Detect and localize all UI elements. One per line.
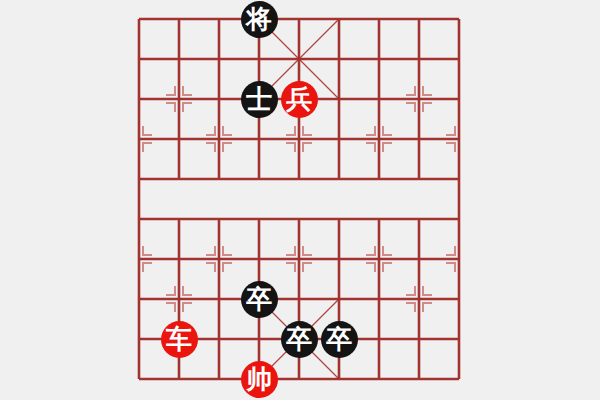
board-intersection[interactable]: [399, 119, 439, 159]
board-intersection[interactable]: 车: [159, 319, 199, 359]
board-intersection[interactable]: [279, 39, 319, 79]
board-intersection[interactable]: [359, 159, 399, 199]
board-intersection[interactable]: [119, 159, 159, 199]
board-intersection[interactable]: [319, 39, 359, 79]
board-intersection[interactable]: [279, 199, 319, 239]
board-intersection[interactable]: [119, 239, 159, 279]
board-intersection[interactable]: [199, 199, 239, 239]
board-intersection[interactable]: [319, 279, 359, 319]
board-intersection[interactable]: 士: [239, 79, 279, 119]
board-intersection[interactable]: [279, 0, 319, 39]
board-intersection[interactable]: [119, 79, 159, 119]
board-intersection[interactable]: [319, 0, 359, 39]
board-intersection[interactable]: [359, 119, 399, 159]
board-intersection[interactable]: [199, 239, 239, 279]
piece-black-soldier[interactable]: 卒: [241, 281, 278, 318]
board-intersection[interactable]: [399, 239, 439, 279]
board-intersection[interactable]: [399, 359, 439, 399]
board-intersection[interactable]: [359, 239, 399, 279]
board-intersection[interactable]: [159, 0, 199, 39]
board-intersection[interactable]: [119, 359, 159, 399]
board-intersection[interactable]: [279, 239, 319, 279]
piece-red-chariot[interactable]: 车: [161, 321, 198, 358]
board-intersection[interactable]: [119, 39, 159, 79]
board-intersection[interactable]: [399, 79, 439, 119]
board-intersection[interactable]: [439, 199, 479, 239]
board-intersection[interactable]: 兵: [279, 79, 319, 119]
board-intersection[interactable]: [439, 39, 479, 79]
board-intersection[interactable]: [319, 119, 359, 159]
board-intersection[interactable]: [159, 359, 199, 399]
board-intersection[interactable]: [159, 239, 199, 279]
board-intersection[interactable]: [199, 279, 239, 319]
board-intersection[interactable]: [439, 319, 479, 359]
board-intersection[interactable]: [239, 39, 279, 79]
board-intersection[interactable]: [239, 239, 279, 279]
board-intersection[interactable]: [199, 319, 239, 359]
board-intersection[interactable]: [279, 359, 319, 399]
board-intersection[interactable]: [359, 39, 399, 79]
board-grid: 将士兵卒车卒卒帅: [119, 0, 479, 399]
board-intersection[interactable]: [439, 0, 479, 39]
board-intersection[interactable]: [199, 0, 239, 39]
board-intersection[interactable]: [359, 199, 399, 239]
board-intersection[interactable]: [399, 279, 439, 319]
board-intersection[interactable]: [359, 79, 399, 119]
board-intersection[interactable]: [159, 159, 199, 199]
board-intersection[interactable]: [119, 0, 159, 39]
board-intersection[interactable]: [119, 119, 159, 159]
board-intersection[interactable]: [439, 119, 479, 159]
board-intersection[interactable]: [319, 199, 359, 239]
piece-black-advisor[interactable]: 士: [241, 81, 278, 118]
board-intersection[interactable]: [199, 39, 239, 79]
board-intersection[interactable]: [439, 239, 479, 279]
board-intersection[interactable]: [359, 359, 399, 399]
board-intersection[interactable]: [319, 79, 359, 119]
board-intersection[interactable]: [399, 199, 439, 239]
board-intersection[interactable]: [279, 279, 319, 319]
board-intersection[interactable]: [119, 199, 159, 239]
board-intersection[interactable]: [359, 279, 399, 319]
board-intersection[interactable]: [199, 159, 239, 199]
board-intersection[interactable]: [359, 0, 399, 39]
board-intersection[interactable]: [239, 159, 279, 199]
board-intersection[interactable]: [159, 199, 199, 239]
board-intersection[interactable]: 卒: [239, 279, 279, 319]
board-intersection[interactable]: [319, 159, 359, 199]
board-intersection[interactable]: [439, 359, 479, 399]
piece-red-soldier[interactable]: 兵: [281, 81, 318, 118]
board-intersection[interactable]: [159, 119, 199, 159]
board-intersection[interactable]: [439, 159, 479, 199]
board-intersection[interactable]: [279, 159, 319, 199]
board-intersection[interactable]: [199, 359, 239, 399]
board-intersection[interactable]: [439, 79, 479, 119]
piece-black-general[interactable]: 将: [241, 1, 278, 38]
board-intersection[interactable]: [319, 239, 359, 279]
piece-black-soldier[interactable]: 卒: [281, 321, 318, 358]
board-intersection[interactable]: [239, 199, 279, 239]
xiangqi-diagram: 将士兵卒车卒卒帅: [0, 0, 600, 400]
board-intersection[interactable]: [439, 279, 479, 319]
board-intersection[interactable]: 卒: [319, 319, 359, 359]
board-intersection[interactable]: [279, 119, 319, 159]
board-intersection[interactable]: [399, 319, 439, 359]
board-intersection[interactable]: [159, 79, 199, 119]
board-intersection[interactable]: [239, 319, 279, 359]
board-intersection[interactable]: 将: [239, 0, 279, 39]
screenshot-root: { "game": "xiangqi", "board": { "files":…: [0, 0, 600, 400]
board-intersection[interactable]: [159, 279, 199, 319]
piece-red-general[interactable]: 帅: [241, 361, 278, 398]
board-intersection[interactable]: 卒: [279, 319, 319, 359]
board-intersection[interactable]: [399, 159, 439, 199]
board-intersection[interactable]: [119, 319, 159, 359]
board-intersection[interactable]: [159, 39, 199, 79]
board-intersection[interactable]: [239, 119, 279, 159]
board-intersection[interactable]: [199, 79, 239, 119]
board-intersection[interactable]: 帅: [239, 359, 279, 399]
board-intersection[interactable]: [319, 359, 359, 399]
piece-black-soldier[interactable]: 卒: [321, 321, 358, 358]
board-intersection[interactable]: [399, 39, 439, 79]
board-intersection[interactable]: [399, 0, 439, 39]
board-intersection[interactable]: [119, 279, 159, 319]
board-intersection[interactable]: [359, 319, 399, 359]
board-intersection[interactable]: [199, 119, 239, 159]
